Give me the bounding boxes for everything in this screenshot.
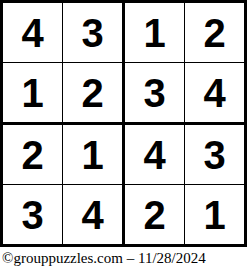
cell-r4c2: 4 [63, 185, 125, 244]
copyright-credit: ©grouppuzzles.com – 11/28/2024 [0, 247, 247, 269]
cell-r2c3: 3 [125, 63, 185, 125]
cell-r1c2: 3 [63, 3, 125, 63]
cell-r1c3: 1 [125, 3, 185, 63]
cell-r2c1: 1 [3, 63, 63, 125]
cell-r4c4: 1 [185, 185, 244, 244]
cell-r1c1: 4 [3, 3, 63, 63]
cell-r1c4: 2 [185, 3, 244, 63]
cell-r4c3: 2 [125, 185, 185, 244]
sudoku-board: 4 3 1 2 1 2 3 4 2 1 4 3 3 4 2 1 [0, 0, 247, 247]
cell-r4c1: 3 [3, 185, 63, 244]
cell-r3c3: 4 [125, 125, 185, 185]
cell-r2c2: 2 [63, 63, 125, 125]
cell-r3c1: 2 [3, 125, 63, 185]
cell-r3c4: 3 [185, 125, 244, 185]
sudoku-page: 4 3 1 2 1 2 3 4 2 1 4 3 3 4 2 1 ©grouppu… [0, 0, 247, 269]
cell-r3c2: 1 [63, 125, 125, 185]
cell-r2c4: 4 [185, 63, 244, 125]
